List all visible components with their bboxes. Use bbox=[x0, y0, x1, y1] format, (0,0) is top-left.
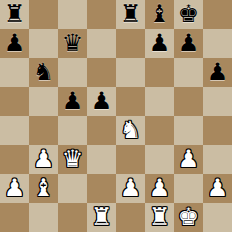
square-e7[interactable] bbox=[116, 29, 145, 58]
piece-white-pawn: ♟ bbox=[149, 174, 171, 203]
square-h2[interactable]: ♟ bbox=[203, 174, 232, 203]
square-f8[interactable]: ♝ bbox=[145, 0, 174, 29]
square-d8[interactable] bbox=[87, 0, 116, 29]
square-a3[interactable] bbox=[0, 145, 29, 174]
square-d7[interactable] bbox=[87, 29, 116, 58]
square-g3[interactable]: ♟ bbox=[174, 145, 203, 174]
square-b6[interactable]: ♞ bbox=[29, 58, 58, 87]
square-c1[interactable] bbox=[58, 203, 87, 232]
square-f3[interactable] bbox=[145, 145, 174, 174]
square-g4[interactable] bbox=[174, 116, 203, 145]
square-e3[interactable] bbox=[116, 145, 145, 174]
square-f2[interactable]: ♟ bbox=[145, 174, 174, 203]
square-g8[interactable]: ♚ bbox=[174, 0, 203, 29]
square-b2[interactable]: ♝ bbox=[29, 174, 58, 203]
piece-black-pawn: ♟ bbox=[149, 29, 171, 58]
piece-white-pawn: ♟ bbox=[178, 145, 200, 174]
piece-white-rook: ♜ bbox=[91, 203, 113, 232]
piece-black-king: ♚ bbox=[178, 0, 200, 29]
piece-white-pawn: ♟ bbox=[4, 174, 26, 203]
square-f4[interactable] bbox=[145, 116, 174, 145]
piece-white-pawn: ♟ bbox=[120, 174, 142, 203]
chess-board: ♜♜♝♚♟♛♟♟♞♟♟♟♞♟♛♟♟♝♟♟♟♜♜♚ bbox=[0, 0, 232, 232]
square-h5[interactable] bbox=[203, 87, 232, 116]
piece-white-pawn: ♟ bbox=[33, 145, 55, 174]
square-c3[interactable]: ♛ bbox=[58, 145, 87, 174]
piece-black-pawn: ♟ bbox=[91, 87, 113, 116]
square-a5[interactable] bbox=[0, 87, 29, 116]
square-f6[interactable] bbox=[145, 58, 174, 87]
piece-white-rook: ♜ bbox=[149, 203, 171, 232]
piece-black-rook: ♜ bbox=[120, 0, 142, 29]
square-b8[interactable] bbox=[29, 0, 58, 29]
piece-white-bishop: ♝ bbox=[33, 174, 55, 203]
square-b5[interactable] bbox=[29, 87, 58, 116]
piece-black-pawn: ♟ bbox=[62, 87, 84, 116]
square-g6[interactable] bbox=[174, 58, 203, 87]
square-h7[interactable] bbox=[203, 29, 232, 58]
square-e2[interactable]: ♟ bbox=[116, 174, 145, 203]
square-b1[interactable] bbox=[29, 203, 58, 232]
square-b4[interactable] bbox=[29, 116, 58, 145]
square-d3[interactable] bbox=[87, 145, 116, 174]
piece-black-knight: ♞ bbox=[33, 58, 55, 87]
piece-black-bishop: ♝ bbox=[149, 0, 171, 29]
square-d5[interactable]: ♟ bbox=[87, 87, 116, 116]
square-e5[interactable] bbox=[116, 87, 145, 116]
square-c4[interactable] bbox=[58, 116, 87, 145]
piece-white-knight: ♞ bbox=[120, 116, 142, 145]
square-b7[interactable] bbox=[29, 29, 58, 58]
piece-black-queen: ♛ bbox=[62, 29, 84, 58]
square-e6[interactable] bbox=[116, 58, 145, 87]
square-a6[interactable] bbox=[0, 58, 29, 87]
square-h6[interactable]: ♟ bbox=[203, 58, 232, 87]
square-g1[interactable]: ♚ bbox=[174, 203, 203, 232]
piece-black-rook: ♜ bbox=[4, 0, 26, 29]
square-c6[interactable] bbox=[58, 58, 87, 87]
square-a4[interactable] bbox=[0, 116, 29, 145]
square-h1[interactable] bbox=[203, 203, 232, 232]
square-a2[interactable]: ♟ bbox=[0, 174, 29, 203]
square-c5[interactable]: ♟ bbox=[58, 87, 87, 116]
square-e8[interactable]: ♜ bbox=[116, 0, 145, 29]
piece-black-pawn: ♟ bbox=[178, 29, 200, 58]
square-a7[interactable]: ♟ bbox=[0, 29, 29, 58]
square-f7[interactable]: ♟ bbox=[145, 29, 174, 58]
square-g7[interactable]: ♟ bbox=[174, 29, 203, 58]
piece-white-pawn: ♟ bbox=[207, 174, 229, 203]
square-h4[interactable] bbox=[203, 116, 232, 145]
piece-black-pawn: ♟ bbox=[4, 29, 26, 58]
square-e4[interactable]: ♞ bbox=[116, 116, 145, 145]
square-c2[interactable] bbox=[58, 174, 87, 203]
square-e1[interactable] bbox=[116, 203, 145, 232]
piece-white-queen: ♛ bbox=[62, 145, 84, 174]
piece-black-pawn: ♟ bbox=[207, 58, 229, 87]
square-a8[interactable]: ♜ bbox=[0, 0, 29, 29]
square-f1[interactable]: ♜ bbox=[145, 203, 174, 232]
square-c8[interactable] bbox=[58, 0, 87, 29]
square-g5[interactable] bbox=[174, 87, 203, 116]
square-g2[interactable] bbox=[174, 174, 203, 203]
square-c7[interactable]: ♛ bbox=[58, 29, 87, 58]
square-h3[interactable] bbox=[203, 145, 232, 174]
square-d1[interactable]: ♜ bbox=[87, 203, 116, 232]
square-d4[interactable] bbox=[87, 116, 116, 145]
square-a1[interactable] bbox=[0, 203, 29, 232]
square-f5[interactable] bbox=[145, 87, 174, 116]
square-b3[interactable]: ♟ bbox=[29, 145, 58, 174]
square-h8[interactable] bbox=[203, 0, 232, 29]
square-d6[interactable] bbox=[87, 58, 116, 87]
square-d2[interactable] bbox=[87, 174, 116, 203]
piece-white-king: ♚ bbox=[178, 203, 200, 232]
